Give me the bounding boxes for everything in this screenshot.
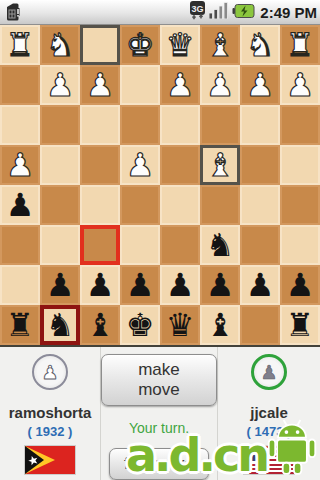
square-e4[interactable]: ♟ bbox=[120, 145, 160, 185]
white-pawn-icon: ♟ bbox=[41, 363, 58, 382]
white-king-icon: ♚ bbox=[126, 25, 155, 65]
square-b5[interactable] bbox=[240, 185, 280, 225]
square-h6[interactable] bbox=[0, 225, 40, 265]
square-g5[interactable] bbox=[40, 185, 80, 225]
square-h1[interactable]: ♜ bbox=[0, 25, 40, 65]
white-bishop-icon: ♝ bbox=[206, 25, 235, 65]
turn-status: Your turn. bbox=[129, 420, 189, 436]
black-pawn-icon: ♟ bbox=[286, 265, 315, 305]
black-pawn-icon: ♟ bbox=[246, 265, 275, 305]
white-pawn-icon: ♟ bbox=[286, 65, 315, 105]
black-rook-icon: ♜ bbox=[286, 305, 315, 345]
square-f4[interactable] bbox=[80, 145, 120, 185]
square-b6[interactable] bbox=[240, 225, 280, 265]
square-c6[interactable]: ♞ bbox=[200, 225, 240, 265]
battery-icon bbox=[232, 4, 255, 22]
white-player-name: ramoshorta bbox=[9, 404, 92, 421]
white-player-rating: ( 1932 ) bbox=[28, 424, 73, 439]
square-h8[interactable]: ♜ bbox=[0, 305, 40, 345]
square-d5[interactable] bbox=[160, 185, 200, 225]
black-pawn-icon: ♟ bbox=[260, 363, 277, 382]
square-b2[interactable]: ♟ bbox=[240, 65, 280, 105]
white-player-panel: ♟ ramoshorta ( 1932 ) bbox=[0, 347, 100, 480]
square-c2[interactable]: ♟ bbox=[200, 65, 240, 105]
square-c7[interactable]: ♟ bbox=[200, 265, 240, 305]
white-pawn-icon: ♟ bbox=[246, 65, 275, 105]
svg-text:3G: 3G bbox=[192, 4, 204, 14]
black-bishop-icon: ♝ bbox=[86, 305, 115, 345]
black-pawn-icon: ♟ bbox=[46, 265, 75, 305]
square-d3[interactable] bbox=[160, 105, 200, 145]
square-b1[interactable]: ♞ bbox=[240, 25, 280, 65]
square-b8[interactable] bbox=[240, 305, 280, 345]
black-pawn-icon: ♟ bbox=[206, 265, 235, 305]
united-states-flag bbox=[244, 446, 294, 474]
square-a8[interactable]: ♜ bbox=[280, 305, 320, 345]
white-bishop-icon: ♝ bbox=[206, 145, 235, 185]
bottom-panel: ♟ ramoshorta ( 1932 ) make move Your tur… bbox=[0, 345, 320, 480]
square-b4[interactable] bbox=[240, 145, 280, 185]
white-rook-icon: ♜ bbox=[286, 25, 315, 65]
black-pawn-icon: ♟ bbox=[86, 265, 115, 305]
white-knight-icon: ♞ bbox=[46, 25, 75, 65]
square-f2[interactable]: ♟ bbox=[80, 65, 120, 105]
square-d1[interactable]: ♛ bbox=[160, 25, 200, 65]
app-screen: 3G 2:49 PM bbox=[0, 0, 320, 480]
square-g1[interactable]: ♞ bbox=[40, 25, 80, 65]
square-c1[interactable]: ♝ bbox=[200, 25, 240, 65]
white-pawn-icon: ♟ bbox=[6, 145, 35, 185]
square-e6[interactable] bbox=[120, 225, 160, 265]
white-player-avatar[interactable]: ♟ bbox=[32, 354, 68, 390]
square-c5[interactable] bbox=[200, 185, 240, 225]
square-a7[interactable]: ♟ bbox=[280, 265, 320, 305]
white-queen-icon: ♛ bbox=[166, 25, 195, 65]
square-d4[interactable] bbox=[160, 145, 200, 185]
black-rook-icon: ♜ bbox=[6, 305, 35, 345]
white-pawn-icon: ♟ bbox=[86, 65, 115, 105]
square-d6[interactable] bbox=[160, 225, 200, 265]
square-a6[interactable] bbox=[280, 225, 320, 265]
white-pawn-icon: ♟ bbox=[46, 65, 75, 105]
status-bar: 3G 2:49 PM bbox=[0, 0, 320, 25]
square-h4[interactable]: ♟ bbox=[0, 145, 40, 185]
square-c3[interactable] bbox=[200, 105, 240, 145]
black-player-panel: ♟ jjcale ( 1473 ) bbox=[218, 347, 320, 480]
3g-icon: 3G bbox=[189, 1, 206, 24]
square-f7[interactable]: ♟ bbox=[80, 265, 120, 305]
square-g2[interactable]: ♟ bbox=[40, 65, 80, 105]
clock: 2:49 PM bbox=[258, 4, 317, 21]
square-e5[interactable] bbox=[120, 185, 160, 225]
square-f3[interactable] bbox=[80, 105, 120, 145]
black-player-avatar[interactable]: ♟ bbox=[251, 354, 287, 390]
square-c8[interactable]: ♝ bbox=[200, 305, 240, 345]
white-pawn-icon: ♟ bbox=[126, 145, 155, 185]
white-pawn-icon: ♟ bbox=[206, 65, 235, 105]
sim-warning-icon bbox=[5, 3, 22, 25]
white-pawn-icon: ♟ bbox=[166, 65, 195, 105]
black-pawn-icon: ♟ bbox=[6, 185, 35, 225]
square-e7[interactable]: ♟ bbox=[120, 265, 160, 305]
square-g3[interactable] bbox=[40, 105, 80, 145]
square-h2[interactable] bbox=[0, 65, 40, 105]
square-g7[interactable]: ♟ bbox=[40, 265, 80, 305]
east-timor-flag bbox=[25, 446, 75, 474]
square-d8[interactable]: ♛ bbox=[160, 305, 200, 345]
chess-board[interactable]: ♜♞♚♛♝♞♜♟♟♟♟♟♟♟♟♝♟♞♟♟♟♟♟♟♟♜♞♝♚♛♝♜ bbox=[0, 25, 320, 345]
square-e3[interactable] bbox=[120, 105, 160, 145]
square-e8[interactable]: ♚ bbox=[120, 305, 160, 345]
square-g6[interactable] bbox=[40, 225, 80, 265]
square-h5[interactable]: ♟ bbox=[0, 185, 40, 225]
square-a2[interactable]: ♟ bbox=[280, 65, 320, 105]
square-e1[interactable]: ♚ bbox=[120, 25, 160, 65]
square-a3[interactable] bbox=[280, 105, 320, 145]
square-e2[interactable] bbox=[120, 65, 160, 105]
move-controls: make move Your turn. flip board bbox=[101, 347, 217, 480]
white-knight-icon: ♞ bbox=[246, 25, 275, 65]
us-flag-canton bbox=[244, 446, 265, 461]
black-queen-icon: ♛ bbox=[166, 305, 195, 345]
square-a4[interactable] bbox=[280, 145, 320, 185]
square-c4[interactable]: ♝ bbox=[200, 145, 240, 185]
signal-icon bbox=[209, 2, 229, 23]
black-knight-icon: ♞ bbox=[206, 225, 235, 265]
square-b3[interactable] bbox=[240, 105, 280, 145]
square-f6[interactable] bbox=[80, 225, 120, 265]
make-move-button[interactable]: make move bbox=[101, 354, 217, 406]
square-h7[interactable] bbox=[0, 265, 40, 305]
flip-board-button[interactable]: flip board bbox=[109, 448, 209, 480]
square-f5[interactable] bbox=[80, 185, 120, 225]
square-a1[interactable]: ♜ bbox=[280, 25, 320, 65]
square-d2[interactable]: ♟ bbox=[160, 65, 200, 105]
square-f1[interactable] bbox=[80, 25, 120, 65]
square-b7[interactable]: ♟ bbox=[240, 265, 280, 305]
square-a5[interactable] bbox=[280, 185, 320, 225]
black-pawn-icon: ♟ bbox=[166, 265, 195, 305]
black-player-rating: ( 1473 ) bbox=[247, 424, 292, 439]
black-bishop-icon: ♝ bbox=[206, 305, 235, 345]
white-rook-icon: ♜ bbox=[6, 25, 35, 65]
square-h3[interactable] bbox=[0, 105, 40, 145]
square-f8[interactable]: ♝ bbox=[80, 305, 120, 345]
square-d7[interactable]: ♟ bbox=[160, 265, 200, 305]
black-knight-icon: ♞ bbox=[46, 305, 75, 345]
square-g8[interactable]: ♞ bbox=[40, 305, 80, 345]
square-g4[interactable] bbox=[40, 145, 80, 185]
black-pawn-icon: ♟ bbox=[126, 265, 155, 305]
black-player-name: jjcale bbox=[250, 404, 288, 421]
black-king-icon: ♚ bbox=[126, 305, 155, 345]
